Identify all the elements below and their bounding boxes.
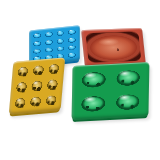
mold-cavity-large-dome [85, 31, 141, 63]
mold-cavity-dome [76, 91, 111, 117]
mold-cavity-dome [44, 76, 61, 93]
mold-cavity-dome [43, 92, 60, 109]
mold-cavity-dome [12, 94, 29, 111]
mold-cavity-dome [15, 63, 32, 80]
mold-cavity-dome [27, 93, 44, 110]
mold-tray-gold-9-cavity [9, 57, 65, 114]
mold-cavity-dome [45, 61, 62, 78]
mold-cavity-dome [110, 89, 145, 115]
cavity-grid [12, 61, 62, 112]
mold-cavity-dome [13, 79, 30, 96]
mold-tray-green-4-cavity [72, 62, 150, 120]
product-photo-scene [0, 0, 160, 160]
mold-cavity-dome [111, 65, 146, 91]
mold-cavity-dome [66, 51, 78, 60]
cavity-grid [76, 65, 146, 117]
mold-tray-red-single-cavity [81, 28, 146, 67]
mold-cavity-dome [30, 62, 47, 79]
mold-cavity-dome [29, 78, 46, 95]
mold-cavity-dome [76, 67, 111, 93]
